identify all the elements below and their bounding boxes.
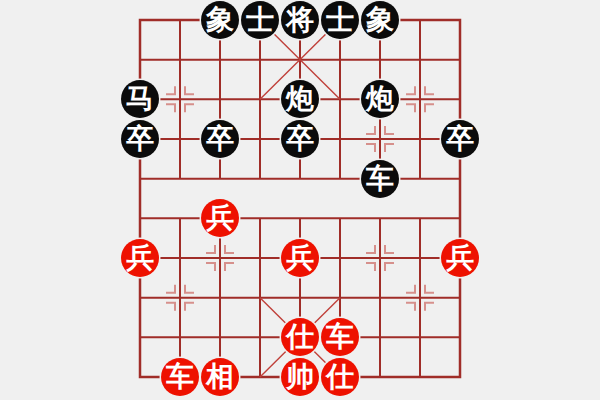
piece-black-pawn[interactable]: 卒: [201, 120, 239, 158]
piece-black-chariot[interactable]: 车: [361, 160, 399, 198]
piece-black-pawn[interactable]: 卒: [121, 120, 159, 158]
piece-black-pawn[interactable]: 卒: [441, 120, 479, 158]
piece-black-advisor[interactable]: 士: [321, 1, 359, 39]
piece-black-cannon[interactable]: 炮: [361, 80, 399, 118]
piece-red-pawn[interactable]: 兵: [201, 199, 239, 237]
piece-red-advisor[interactable]: 仕: [321, 358, 359, 396]
piece-black-horse[interactable]: 马: [121, 80, 159, 118]
piece-black-pawn[interactable]: 卒: [281, 120, 319, 158]
piece-black-elephant[interactable]: 象: [201, 1, 239, 39]
piece-red-pawn[interactable]: 兵: [441, 239, 479, 277]
piece-red-chariot[interactable]: 车: [161, 358, 199, 396]
piece-red-pawn[interactable]: 兵: [281, 239, 319, 277]
piece-black-elephant[interactable]: 象: [361, 1, 399, 39]
piece-red-pawn[interactable]: 兵: [121, 239, 159, 277]
piece-red-elephant[interactable]: 相: [201, 358, 239, 396]
piece-red-general[interactable]: 帅: [281, 358, 319, 396]
piece-black-general[interactable]: 将: [281, 1, 319, 39]
piece-red-advisor[interactable]: 仕: [281, 318, 319, 356]
piece-layer: 象士将士象马炮炮卒卒卒卒车兵兵兵兵仕车车相帅仕: [120, 0, 480, 397]
piece-red-chariot[interactable]: 车: [321, 318, 359, 356]
xiangqi-board[interactable]: 象士将士象马炮炮卒卒卒卒车兵兵兵兵仕车车相帅仕: [0, 0, 600, 400]
piece-black-cannon[interactable]: 炮: [281, 80, 319, 118]
piece-black-advisor[interactable]: 士: [241, 1, 279, 39]
